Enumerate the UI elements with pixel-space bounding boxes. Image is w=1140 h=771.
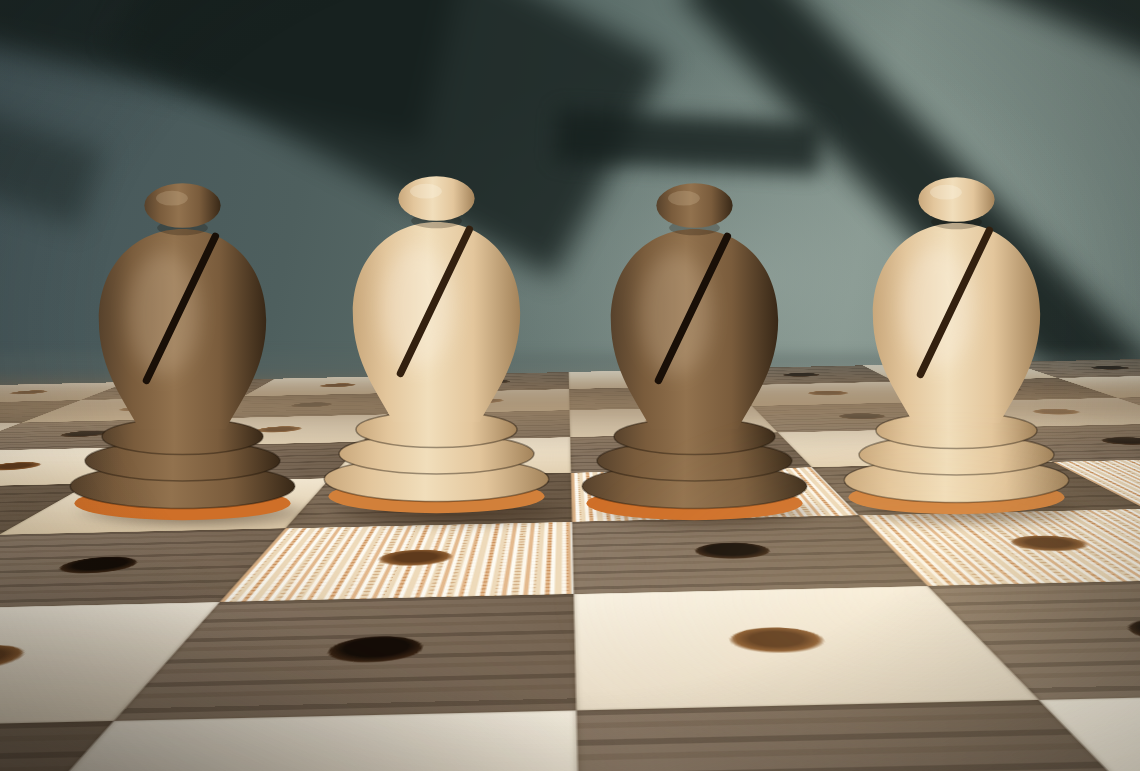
body-sheen bbox=[901, 246, 973, 369]
body-sheen bbox=[381, 245, 453, 368]
drilled-hole bbox=[1113, 617, 1140, 645]
drilled-hole bbox=[373, 549, 454, 567]
bishop-shape bbox=[578, 178, 811, 534]
knob-highlight bbox=[668, 191, 700, 206]
knob-highlight bbox=[930, 185, 962, 200]
bishop-maple-2 bbox=[320, 171, 553, 527]
drilled-hole bbox=[48, 556, 144, 575]
top-knob bbox=[918, 177, 994, 221]
drilled-hole bbox=[724, 626, 830, 654]
bishop-walnut-3 bbox=[578, 178, 811, 534]
bishop-shape bbox=[66, 178, 299, 534]
top-knob bbox=[656, 183, 732, 227]
drilled-hole bbox=[0, 461, 48, 471]
drilled-hole bbox=[1001, 535, 1098, 553]
drilled-hole bbox=[0, 644, 36, 673]
bishop-walnut-1 bbox=[66, 178, 299, 534]
knob-highlight bbox=[410, 184, 442, 199]
body-sheen bbox=[639, 252, 711, 375]
knob-highlight bbox=[156, 191, 188, 206]
body-sheen bbox=[127, 252, 199, 375]
bishop-maple-4 bbox=[840, 172, 1073, 528]
top-knob bbox=[398, 176, 474, 220]
drilled-hole bbox=[691, 542, 772, 560]
drilled-hole bbox=[320, 635, 425, 664]
photo-stage bbox=[0, 0, 1140, 771]
bishop-shape bbox=[320, 171, 553, 527]
bishop-shape bbox=[840, 172, 1073, 528]
top-knob bbox=[144, 183, 220, 227]
